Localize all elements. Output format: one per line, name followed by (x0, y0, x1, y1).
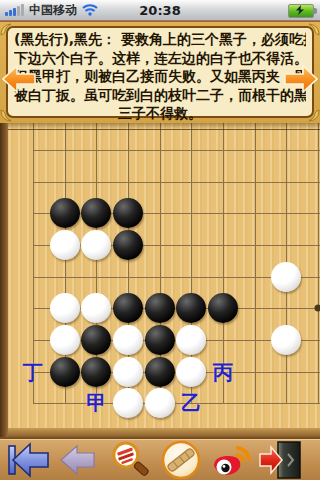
board-intersection[interactable] (49, 229, 81, 261)
board-intersection[interactable] (17, 324, 49, 356)
board-intersection[interactable] (175, 166, 207, 198)
board-intersection[interactable] (239, 229, 271, 261)
point-label-jia: 甲 (86, 393, 106, 413)
white-stone (50, 325, 80, 355)
board-intersection[interactable] (80, 134, 112, 166)
white-stone (50, 230, 80, 260)
board-intersection[interactable] (207, 166, 239, 198)
board-intersection[interactable] (207, 261, 239, 293)
star-point (315, 305, 320, 312)
white-stone (113, 325, 143, 355)
board-intersection[interactable] (112, 197, 144, 229)
problem-text-line: 被白丁扳。虽可吃到白的枝叶二子，而根干的黑 (14, 86, 306, 105)
weibo-share-button[interactable] (208, 440, 260, 480)
board-intersection[interactable] (49, 388, 81, 420)
point-label-yi: 乙 (181, 393, 201, 413)
board-intersection[interactable] (175, 134, 207, 166)
black-stone (113, 198, 143, 228)
board-intersection[interactable] (175, 356, 207, 388)
board-intersection[interactable] (112, 292, 144, 324)
board-intersection[interactable] (239, 261, 271, 293)
board-intersection[interactable] (144, 166, 176, 198)
board-intersection[interactable] (80, 292, 112, 324)
board-intersection[interactable] (302, 166, 320, 198)
board-bottom-edge (8, 428, 320, 437)
skip-to-start-button[interactable] (6, 440, 52, 480)
board-intersection[interactable] (17, 134, 49, 166)
white-stone (271, 262, 301, 292)
board-intersection[interactable] (144, 356, 176, 388)
board-intersection[interactable] (49, 261, 81, 293)
board-intersection[interactable] (17, 292, 49, 324)
board-intersection[interactable] (239, 292, 271, 324)
board-intersection[interactable] (17, 166, 49, 198)
white-stone (176, 325, 206, 355)
board-intersection[interactable] (112, 324, 144, 356)
board-intersection[interactable] (207, 292, 239, 324)
toolbar (0, 437, 320, 480)
black-stone (50, 357, 80, 387)
zoom-research-button[interactable] (106, 440, 154, 480)
board-intersection[interactable] (271, 229, 303, 261)
board-intersection[interactable] (80, 261, 112, 293)
step-back-button[interactable] (58, 440, 98, 480)
board-intersection[interactable] (17, 197, 49, 229)
board-intersection[interactable] (207, 134, 239, 166)
board-intersection[interactable] (271, 134, 303, 166)
board-intersection[interactable]: 甲 (80, 388, 112, 420)
white-stone (176, 357, 206, 387)
board-intersection[interactable] (112, 166, 144, 198)
problem-text-line: 但黑甲打，则被白乙接而失败。又如黑丙夹，则 (14, 67, 306, 86)
problem-text-line: 三子不得救。 (14, 104, 306, 123)
black-stone (50, 198, 80, 228)
battery-charging-icon (288, 4, 314, 18)
white-stone (113, 357, 143, 387)
problem-text-line: (黑先行),黑先： 要救角上的三个黑子，必须吃掉 (14, 30, 306, 49)
point-label-ding: 丁 (23, 361, 43, 381)
board-intersection[interactable] (271, 166, 303, 198)
problem-panel: (黑先行),黑先： 要救角上的三个黑子，必须吃掉 下边六个白子。这样，连左边的白… (0, 20, 320, 123)
clock: 20:38 (0, 3, 320, 18)
board-intersection[interactable] (175, 261, 207, 293)
black-stone (81, 357, 111, 387)
board-intersection[interactable] (271, 197, 303, 229)
board-intersection[interactable] (302, 388, 320, 420)
board-intersection[interactable] (239, 166, 271, 198)
status-bar: 中国移动 20:38 (0, 0, 320, 21)
board-intersection[interactable] (112, 388, 144, 420)
black-stone (145, 325, 175, 355)
board-intersection[interactable] (144, 388, 176, 420)
white-stone (50, 293, 80, 323)
board-intersection[interactable] (175, 324, 207, 356)
board-intersection[interactable] (239, 324, 271, 356)
board-intersection[interactable] (80, 166, 112, 198)
board-intersection[interactable] (144, 134, 176, 166)
board-intersection[interactable] (207, 197, 239, 229)
board-intersection[interactable] (17, 261, 49, 293)
board-intersection[interactable] (175, 292, 207, 324)
problem-text-box: (黑先行),黑先： 要救角上的三个黑子，必须吃掉 下边六个白子。这样，连左边的白… (6, 26, 314, 118)
exit-button[interactable] (258, 440, 306, 480)
board-intersection[interactable] (302, 324, 320, 356)
board-intersection[interactable] (207, 324, 239, 356)
board-intersection[interactable] (144, 292, 176, 324)
board-intersection[interactable] (144, 229, 176, 261)
board-intersection[interactable] (302, 261, 320, 293)
board-intersection[interactable] (239, 134, 271, 166)
board-intersection[interactable] (112, 356, 144, 388)
board-intersection[interactable] (80, 197, 112, 229)
board-intersection[interactable] (207, 388, 239, 420)
white-stone (145, 388, 175, 418)
white-stone (113, 388, 143, 418)
black-stone (208, 293, 238, 323)
next-problem-button[interactable] (284, 64, 318, 94)
black-stone (113, 293, 143, 323)
board-grid[interactable]: 丁丙甲乙 (17, 122, 320, 419)
board-intersection[interactable] (80, 229, 112, 261)
white-stone (271, 325, 301, 355)
board-intersection[interactable] (144, 197, 176, 229)
black-stone (81, 198, 111, 228)
board-intersection[interactable] (271, 324, 303, 356)
board-intersection[interactable] (271, 356, 303, 388)
board-intersection[interactable] (175, 197, 207, 229)
white-stone (81, 230, 111, 260)
board-intersection[interactable] (49, 292, 81, 324)
board-intersection[interactable] (49, 324, 81, 356)
fan-badge-button[interactable] (158, 440, 206, 480)
board-intersection[interactable] (271, 388, 303, 420)
black-stone (176, 293, 206, 323)
board-intersection[interactable] (112, 261, 144, 293)
board-intersection[interactable] (239, 356, 271, 388)
board-intersection[interactable] (144, 324, 176, 356)
board-intersection[interactable] (271, 292, 303, 324)
board-intersection[interactable] (49, 356, 81, 388)
go-board[interactable]: 丁丙甲乙 (0, 121, 320, 437)
board-intersection[interactable] (17, 388, 49, 420)
board-intersection[interactable] (80, 324, 112, 356)
board-intersection[interactable] (112, 229, 144, 261)
black-stone (113, 230, 143, 260)
board-intersection[interactable] (112, 134, 144, 166)
board-intersection[interactable] (175, 229, 207, 261)
board-intersection[interactable] (17, 229, 49, 261)
black-stone (145, 293, 175, 323)
board-intersection[interactable]: 丁 (17, 356, 49, 388)
board-intersection[interactable]: 丙 (207, 356, 239, 388)
board-intersection[interactable] (49, 197, 81, 229)
board-intersection[interactable] (144, 261, 176, 293)
point-label-bing: 丙 (213, 361, 233, 381)
board-intersection[interactable] (302, 229, 320, 261)
previous-problem-button[interactable] (2, 64, 36, 94)
board-intersection[interactable] (302, 134, 320, 166)
black-stone (145, 357, 175, 387)
board-intersection[interactable] (302, 292, 320, 324)
board-intersection[interactable] (49, 166, 81, 198)
white-stone (81, 293, 111, 323)
board-intersection[interactable] (302, 356, 320, 388)
board-intersection[interactable] (271, 261, 303, 293)
board-intersection[interactable] (239, 197, 271, 229)
board-intersection[interactable]: 乙 (175, 388, 207, 420)
board-left-edge (0, 121, 8, 437)
board-intersection[interactable] (80, 356, 112, 388)
board-intersection[interactable] (302, 197, 320, 229)
board-intersection[interactable] (239, 388, 271, 420)
black-stone (81, 325, 111, 355)
board-intersection[interactable] (207, 229, 239, 261)
problem-text-line: 下边六个白子。这样，连左边的白子也不得活。 (14, 49, 306, 68)
board-intersection[interactable] (49, 134, 81, 166)
